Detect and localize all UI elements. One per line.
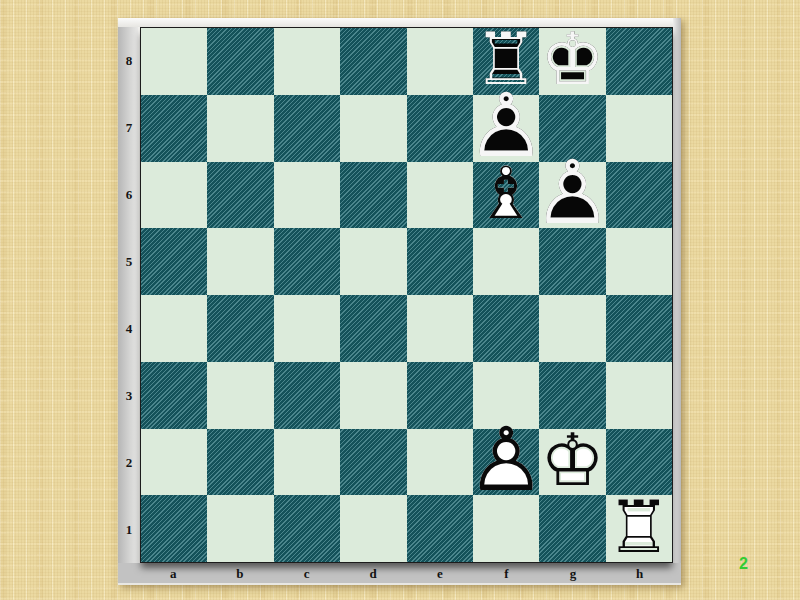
square-b8 [207, 28, 273, 95]
file-label-f: f [473, 563, 540, 585]
square-b6 [207, 162, 273, 229]
square-a7 [141, 95, 207, 162]
square-c3 [274, 362, 340, 429]
square-a1 [141, 495, 207, 562]
square-d8 [340, 28, 406, 95]
frame-right-bevel [673, 18, 681, 585]
square-e3 [407, 362, 473, 429]
square-e6 [407, 162, 473, 229]
piece-white-king-g2: ♚♔ [539, 429, 605, 496]
file-labels: abcdefgh [140, 563, 673, 585]
square-f2: ♟♙ [473, 429, 539, 496]
square-c6 [274, 162, 340, 229]
rank-label-3: 3 [118, 362, 140, 429]
square-h1: ♜♖ [606, 495, 672, 562]
piece-black-king-g8: ♚♔ [539, 28, 605, 95]
square-c5 [274, 228, 340, 295]
square-h3 [606, 362, 672, 429]
square-b3 [207, 362, 273, 429]
rank-label-1: 1 [118, 496, 140, 563]
square-a8 [141, 28, 207, 95]
file-label-e: e [407, 563, 474, 585]
square-h8 [606, 28, 672, 95]
square-h7 [606, 95, 672, 162]
file-label-a: a [140, 563, 207, 585]
rank-label-8: 8 [118, 27, 140, 94]
square-g1 [539, 495, 605, 562]
square-b5 [207, 228, 273, 295]
rank-label-6: 6 [118, 161, 140, 228]
file-label-g: g [540, 563, 607, 585]
square-f5 [473, 228, 539, 295]
black-pawn-glyph-outline: ♙ [473, 93, 539, 160]
square-d1 [340, 495, 406, 562]
board-wrap: ♜♖♚♔♟♙♝♗♟♙♟♙♚♔♜♖ [140, 27, 673, 563]
white-bishop-glyph-outline: ♗ [473, 160, 539, 227]
square-c4 [274, 295, 340, 362]
square-b7 [207, 95, 273, 162]
square-h6 [606, 162, 672, 229]
square-a2 [141, 429, 207, 496]
square-e2 [407, 429, 473, 496]
white-pawn-glyph-outline: ♙ [473, 427, 539, 494]
square-c2 [274, 429, 340, 496]
square-f1 [473, 495, 539, 562]
square-c7 [274, 95, 340, 162]
square-a4 [141, 295, 207, 362]
square-a6 [141, 162, 207, 229]
piece-white-pawn-f2: ♟♙ [473, 429, 539, 496]
square-e5 [407, 228, 473, 295]
piece-white-bishop-f6: ♝♗ [473, 162, 539, 229]
square-e1 [407, 495, 473, 562]
rank-label-2: 2 [118, 429, 140, 496]
square-b4 [207, 295, 273, 362]
square-e8 [407, 28, 473, 95]
chessboard-frame: 87654321 abcdefgh ♜♖♚♔♟♙♝♗♟♙♟♙♚♔♜♖ [118, 18, 681, 585]
square-d5 [340, 228, 406, 295]
square-d3 [340, 362, 406, 429]
file-label-b: b [207, 563, 274, 585]
square-h5 [606, 228, 672, 295]
square-g5 [539, 228, 605, 295]
rank-label-7: 7 [118, 94, 140, 161]
square-g8: ♚♔ [539, 28, 605, 95]
white-rook-glyph-outline: ♖ [606, 493, 672, 560]
black-pawn-glyph-outline: ♙ [539, 160, 605, 227]
square-c8 [274, 28, 340, 95]
rank-label-5: 5 [118, 228, 140, 295]
file-label-c: c [273, 563, 340, 585]
square-f4 [473, 295, 539, 362]
square-h4 [606, 295, 672, 362]
rank-labels: 87654321 [118, 27, 140, 563]
square-d4 [340, 295, 406, 362]
square-b1 [207, 495, 273, 562]
square-c1 [274, 495, 340, 562]
slide-background: 87654321 abcdefgh ♜♖♚♔♟♙♝♗♟♙♟♙♚♔♜♖ 2 [0, 0, 800, 600]
square-e7 [407, 95, 473, 162]
square-a3 [141, 362, 207, 429]
square-g6: ♟♙ [539, 162, 605, 229]
piece-black-pawn-g6: ♟♙ [539, 162, 605, 229]
square-a5 [141, 228, 207, 295]
square-e4 [407, 295, 473, 362]
square-d2 [340, 429, 406, 496]
square-f6: ♝♗ [473, 162, 539, 229]
square-g2: ♚♔ [539, 429, 605, 496]
white-king-glyph-outline: ♔ [539, 427, 605, 494]
piece-white-rook-h1: ♜♖ [606, 495, 672, 562]
square-g4 [539, 295, 605, 362]
rank-label-4: 4 [118, 295, 140, 362]
square-b2 [207, 429, 273, 496]
square-d7 [340, 95, 406, 162]
black-king-glyph-outline: ♔ [539, 26, 605, 93]
slide-page-number: 2 [739, 555, 748, 573]
file-label-d: d [340, 563, 407, 585]
square-d6 [340, 162, 406, 229]
chess-board: ♜♖♚♔♟♙♝♗♟♙♟♙♚♔♜♖ [140, 27, 673, 563]
